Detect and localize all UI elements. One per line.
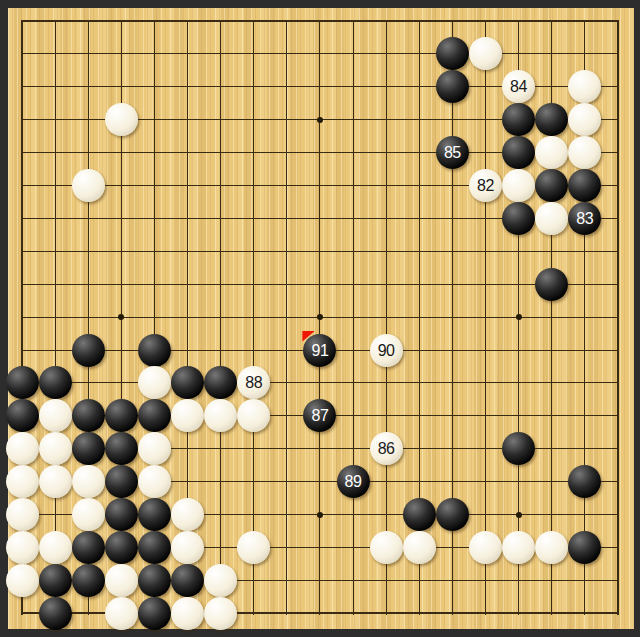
- stone-move-89: 89: [337, 465, 370, 498]
- white-stone: [204, 564, 237, 597]
- white-stone: [403, 531, 436, 564]
- white-stone: [535, 136, 568, 169]
- move-number-label: 91: [311, 334, 328, 367]
- black-stone: [6, 399, 39, 432]
- grid-vline: [220, 21, 221, 615]
- white-stone: [204, 597, 237, 630]
- black-stone: [403, 498, 436, 531]
- white-stone: [6, 564, 39, 597]
- black-stone: [39, 597, 72, 630]
- move-number-label: 82: [477, 169, 494, 202]
- star-point: [118, 314, 124, 320]
- white-stone: [502, 531, 535, 564]
- black-stone: [568, 169, 601, 202]
- grid-hline: [21, 53, 619, 54]
- grid-hline: [21, 284, 619, 285]
- white-stone: [171, 531, 204, 564]
- black-stone: [535, 103, 568, 136]
- white-stone: [105, 597, 138, 630]
- stone-move-90: 90: [370, 334, 403, 367]
- black-stone: [568, 531, 601, 564]
- star-point: [317, 512, 323, 518]
- white-stone: [204, 399, 237, 432]
- white-stone: [469, 37, 502, 70]
- white-stone: [39, 432, 72, 465]
- star-point: [516, 512, 522, 518]
- white-stone: [171, 399, 204, 432]
- white-stone: [39, 465, 72, 498]
- grid-vline: [617, 21, 619, 615]
- white-stone: [237, 399, 270, 432]
- white-stone: [6, 531, 39, 564]
- black-stone: [138, 597, 171, 630]
- black-stone: [72, 334, 105, 367]
- star-point: [317, 117, 323, 123]
- black-stone: [436, 70, 469, 103]
- black-stone: [72, 531, 105, 564]
- grid-vline: [386, 21, 387, 615]
- white-stone: [39, 531, 72, 564]
- black-stone: [72, 432, 105, 465]
- black-stone: [204, 366, 237, 399]
- white-stone: [171, 597, 204, 630]
- black-stone: [105, 432, 138, 465]
- black-stone: [39, 564, 72, 597]
- move-number-label: 89: [345, 465, 362, 498]
- black-stone: [138, 531, 171, 564]
- stone-move-85: 85: [436, 136, 469, 169]
- white-stone: [6, 465, 39, 498]
- white-stone: [72, 169, 105, 202]
- black-stone: [535, 169, 568, 202]
- white-stone: [568, 136, 601, 169]
- go-board[interactable]: 84858283919088878689: [8, 8, 634, 629]
- white-stone: [535, 202, 568, 235]
- grid-vline: [253, 21, 254, 615]
- move-number-label: 84: [510, 70, 527, 103]
- white-stone: [72, 465, 105, 498]
- black-stone: [39, 366, 72, 399]
- black-stone: [535, 268, 568, 301]
- black-stone: [502, 103, 535, 136]
- black-stone: [502, 136, 535, 169]
- black-stone: [138, 334, 171, 367]
- black-stone: [105, 531, 138, 564]
- white-stone: [568, 103, 601, 136]
- stone-move-84: 84: [502, 70, 535, 103]
- white-stone: [72, 498, 105, 531]
- black-stone: [171, 564, 204, 597]
- black-stone: [105, 498, 138, 531]
- grid-vline: [353, 21, 354, 615]
- white-stone: [6, 498, 39, 531]
- star-point: [317, 314, 323, 320]
- black-stone: [6, 366, 39, 399]
- star-point: [516, 314, 522, 320]
- stone-move-83: 83: [568, 202, 601, 235]
- black-stone: [502, 432, 535, 465]
- move-number-label: 86: [378, 432, 395, 465]
- grid-vline: [485, 21, 486, 615]
- grid-vline: [55, 21, 56, 615]
- stone-move-86: 86: [370, 432, 403, 465]
- white-stone: [105, 564, 138, 597]
- black-stone: [171, 366, 204, 399]
- white-stone: [138, 465, 171, 498]
- white-stone: [171, 498, 204, 531]
- black-stone: [138, 399, 171, 432]
- stone-move-87: 87: [303, 399, 336, 432]
- black-stone: [105, 399, 138, 432]
- white-stone: [138, 366, 171, 399]
- white-stone: [39, 399, 72, 432]
- black-stone: [568, 465, 601, 498]
- grid-hline: [21, 20, 619, 22]
- move-number-label: 90: [378, 334, 395, 367]
- grid-hline: [21, 251, 619, 252]
- white-stone: [138, 432, 171, 465]
- stone-move-88: 88: [237, 366, 270, 399]
- stone-move-82: 82: [469, 169, 502, 202]
- white-stone: [502, 169, 535, 202]
- white-stone: [469, 531, 502, 564]
- black-stone: [502, 202, 535, 235]
- app-frame: 84858283919088878689: [0, 0, 640, 637]
- stone-move-91: 91: [303, 334, 336, 367]
- black-stone: [138, 564, 171, 597]
- white-stone: [568, 70, 601, 103]
- white-stone: [237, 531, 270, 564]
- black-stone: [105, 465, 138, 498]
- black-stone: [138, 498, 171, 531]
- grid-hline: [21, 382, 619, 383]
- move-number-label: 87: [311, 399, 328, 432]
- black-stone: [72, 399, 105, 432]
- move-number-label: 83: [576, 202, 593, 235]
- move-number-label: 85: [444, 136, 461, 169]
- black-stone: [72, 564, 105, 597]
- grid-vline: [286, 21, 287, 615]
- white-stone: [535, 531, 568, 564]
- move-number-label: 88: [245, 366, 262, 399]
- black-stone: [436, 37, 469, 70]
- white-stone: [370, 531, 403, 564]
- white-stone: [6, 432, 39, 465]
- white-stone: [105, 103, 138, 136]
- black-stone: [436, 498, 469, 531]
